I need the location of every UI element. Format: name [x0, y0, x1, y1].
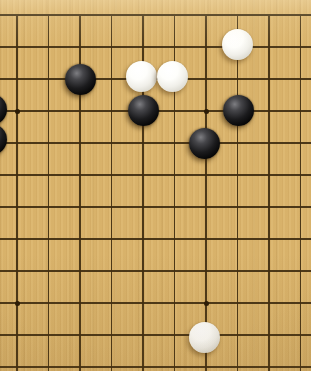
grid-line-vertical: [237, 14, 239, 371]
board-top-edge-line: [0, 14, 311, 17]
grid-line-horizontal: [0, 46, 311, 48]
black-stone-C16[interactable]: [0, 94, 7, 125]
black-stone-L16[interactable]: [223, 95, 254, 126]
grid-line-horizontal: [0, 366, 311, 368]
grid-line-vertical: [300, 14, 302, 371]
black-stone-C15[interactable]: [0, 124, 7, 155]
lighting-overlay: [0, 0, 311, 371]
star-point-D10: [15, 301, 20, 306]
grid-line-vertical: [268, 14, 270, 371]
white-stone-L18[interactable]: [222, 29, 253, 60]
white-stone-H17[interactable]: [126, 61, 157, 92]
black-stone-F17[interactable]: [65, 64, 96, 95]
grid-line-horizontal: [0, 238, 311, 240]
grid-line-vertical: [205, 14, 207, 371]
grid-line-horizontal: [0, 270, 311, 272]
grid-line-horizontal: [0, 174, 311, 176]
grid-line-vertical: [111, 14, 113, 371]
black-stone-K15[interactable]: [189, 128, 220, 159]
black-stone-H16[interactable]: [128, 95, 159, 126]
screenshot-stage: [0, 0, 311, 371]
star-point-D16: [15, 109, 20, 114]
wood-grain-overlay: [0, 0, 311, 371]
grid-line-horizontal: [0, 142, 311, 144]
go-board[interactable]: [0, 0, 311, 371]
grid-line-vertical: [48, 14, 50, 371]
star-point-K10: [204, 301, 209, 306]
white-stone-J17[interactable]: [157, 61, 188, 92]
grid-line-horizontal: [0, 334, 311, 336]
star-point-K16: [204, 109, 209, 114]
grid-line-vertical: [16, 14, 18, 371]
white-stone-K9[interactable]: [189, 322, 220, 353]
grid-line-horizontal: [0, 302, 311, 304]
grid-line-horizontal: [0, 206, 311, 208]
